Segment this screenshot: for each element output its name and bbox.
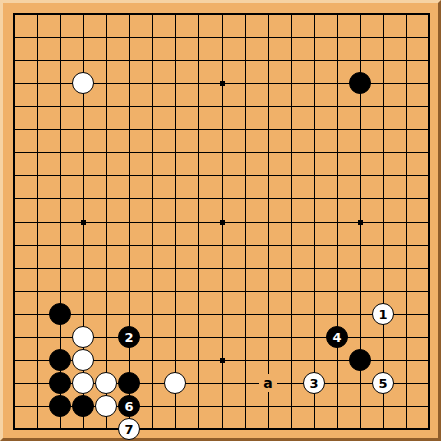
stone-black-move-4: 4 — [326, 326, 348, 348]
grid-hline — [14, 245, 430, 246]
grid-hline — [14, 314, 430, 315]
stone-white-move-7: 7 — [118, 418, 140, 440]
grid-vline — [291, 14, 292, 430]
stone-black — [349, 349, 371, 371]
grid-hline — [14, 429, 430, 430]
stone-black-move-2: 2 — [118, 326, 140, 348]
stone-black — [49, 303, 71, 325]
stone-white — [72, 326, 94, 348]
stone-white — [95, 395, 117, 417]
stone-white — [72, 372, 94, 394]
star-point — [358, 220, 363, 225]
grid-vline — [406, 14, 407, 430]
star-point — [220, 81, 225, 86]
stone-white-move-5: 5 — [372, 372, 394, 394]
stone-white-move-1: 1 — [372, 303, 394, 325]
grid-hline — [14, 291, 430, 292]
stone-black — [49, 349, 71, 371]
stone-white — [164, 372, 186, 394]
stone-white — [72, 349, 94, 371]
star-point — [220, 358, 225, 363]
grid-vline — [245, 14, 246, 430]
stone-white-move-3: 3 — [303, 372, 325, 394]
grid-vline — [429, 14, 430, 430]
grid-hline — [14, 268, 430, 269]
stone-white — [95, 372, 117, 394]
grid-vline — [314, 14, 315, 430]
star-point — [220, 220, 225, 225]
stone-black — [49, 372, 71, 394]
grid-vline — [268, 14, 269, 430]
stone-black — [349, 72, 371, 94]
star-point — [81, 220, 86, 225]
stone-black — [118, 372, 140, 394]
go-board[interactable]: 1243567 a — [0, 0, 441, 441]
grid-vline — [383, 14, 384, 430]
stone-black — [49, 395, 71, 417]
stone-black-move-6: 6 — [118, 395, 140, 417]
stone-white — [72, 72, 94, 94]
stone-black — [72, 395, 94, 417]
point-label-a: a — [259, 374, 277, 392]
grid-vline — [337, 14, 338, 430]
